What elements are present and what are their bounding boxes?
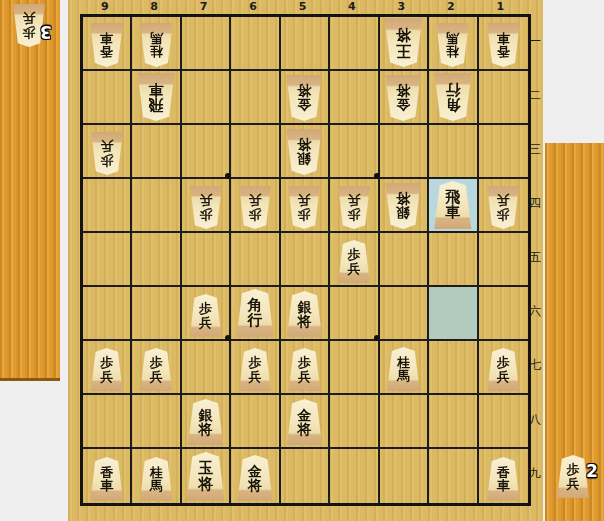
square-7二[interactable] [182,71,231,125]
square-4七[interactable] [330,341,379,395]
square-8六[interactable] [132,287,181,341]
square-9三[interactable]: 歩兵 [83,125,132,179]
piece-pawn-sente[interactable]: 歩兵 [237,348,273,391]
square-3四[interactable]: 銀将 [380,179,429,233]
square-5七[interactable]: 歩兵 [281,341,330,395]
star-point [225,335,231,341]
piece-pawn-sente[interactable]: 歩兵 [89,348,125,391]
square-8五[interactable] [132,233,181,287]
piece-knight-sente[interactable]: 桂馬 [138,457,175,501]
square-6五[interactable] [231,233,280,287]
square-9七[interactable]: 歩兵 [83,341,132,395]
piece-pawn-sente[interactable]: 歩兵 [188,294,224,337]
file-label: 7 [179,0,228,14]
komadai-gote: 歩兵 3 [0,0,60,381]
square-8一[interactable]: 桂馬 [132,17,181,71]
piece-pawn-sente[interactable]: 歩兵 [485,348,521,391]
square-6八[interactable] [231,395,280,449]
square-3二[interactable]: 金将 [380,71,429,125]
file-coordinates: 987654321 [80,0,525,14]
file-label: 6 [228,0,277,14]
piece-lance-gote[interactable]: 香車 [485,23,522,67]
square-4二[interactable] [330,71,379,125]
piece-pawn-gote[interactable]: 歩兵 [286,186,322,229]
piece-lance-sente[interactable]: 香車 [485,457,522,501]
piece-rook-sente[interactable]: 飛車 [432,181,474,229]
file-label: 8 [129,0,178,14]
square-1三[interactable] [479,125,528,179]
square-5三[interactable]: 銀将 [281,125,330,179]
square-8八[interactable] [132,395,181,449]
square-5二[interactable]: 金将 [281,71,330,125]
gote-hand-count: 3 [40,22,52,42]
piece-gold-sente[interactable]: 金将 [235,455,275,501]
square-5一[interactable] [281,17,330,71]
piece-lance-sente[interactable]: 香車 [88,457,125,501]
square-6二[interactable] [231,71,280,125]
square-1九[interactable]: 香車 [479,449,528,503]
square-6六[interactable]: 角行 [231,287,280,341]
piece-pawn-sente[interactable]: 歩兵 [138,348,174,391]
shogi-board: 987654321 一二三四五六七八九 香車桂馬王将桂馬香車飛車金将金将角行歩兵… [68,0,543,521]
rank-coordinates: 一二三四五六七八九 [527,14,543,500]
square-2三[interactable] [429,125,478,179]
file-label: 3 [377,0,426,14]
square-4九[interactable] [330,449,379,503]
square-6九[interactable]: 金将 [231,449,280,503]
rank-label: 九 [527,446,543,500]
file-label: 5 [278,0,327,14]
piece-pawn-gote[interactable]: 歩兵 [89,132,125,175]
square-2八[interactable] [429,395,478,449]
square-7六[interactable]: 歩兵 [182,287,231,341]
square-8九[interactable]: 桂馬 [132,449,181,503]
square-7八[interactable]: 銀将 [182,395,231,449]
square-6四[interactable]: 歩兵 [231,179,280,233]
square-7一[interactable] [182,17,231,71]
square-4四[interactable]: 歩兵 [330,179,379,233]
square-3一[interactable]: 王将 [380,17,429,71]
rank-label: 二 [527,68,543,122]
square-1五[interactable] [479,233,528,287]
star-point [225,173,231,179]
square-4八[interactable] [330,395,379,449]
board-grid: 香車桂馬王将桂馬香車飛車金将金将角行歩兵銀将歩兵歩兵歩兵歩兵銀将飛車歩兵歩兵歩兵… [80,14,531,506]
piece-knight-gote[interactable]: 桂馬 [434,23,471,67]
piece-pawn-gote[interactable]: 歩兵 [188,186,224,229]
square-3八[interactable] [380,395,429,449]
square-2六[interactable] [429,287,478,341]
square-8二[interactable]: 飛車 [132,71,181,125]
square-1一[interactable]: 香車 [479,17,528,71]
square-9五[interactable] [83,233,132,287]
square-4六[interactable] [330,287,379,341]
square-9六[interactable] [83,287,132,341]
piece-pawn-sente[interactable]: 歩兵 [286,348,322,391]
square-6三[interactable] [231,125,280,179]
rank-label: 一 [527,14,543,68]
piece-gold-gote[interactable]: 金将 [284,75,324,121]
piece-pawn-gote[interactable]: 歩兵 [336,186,372,229]
piece-rook-gote[interactable]: 飛車 [135,73,177,121]
piece-pawn-gote[interactable]: 歩兵 [237,186,273,229]
square-6一[interactable] [231,17,280,71]
square-5六[interactable]: 銀将 [281,287,330,341]
square-9二[interactable] [83,71,132,125]
square-9八[interactable] [83,395,132,449]
square-9一[interactable]: 香車 [83,17,132,71]
square-3七[interactable]: 桂馬 [380,341,429,395]
piece-silver-sente[interactable]: 銀将 [186,399,226,445]
square-7七[interactable] [182,341,231,395]
square-9九[interactable]: 香車 [83,449,132,503]
rank-label: 四 [527,176,543,230]
square-5五[interactable] [281,233,330,287]
square-8七[interactable]: 歩兵 [132,341,181,395]
piece-king-sente[interactable]: 玉将 [184,452,227,501]
square-4三[interactable] [330,125,379,179]
square-5九[interactable] [281,449,330,503]
piece-bishop-sente[interactable]: 角行 [234,289,276,337]
komadai-sente: 歩兵 2 [545,143,604,521]
piece-king-gote[interactable]: 王将 [382,18,425,67]
rank-label: 三 [527,122,543,176]
square-7五[interactable] [182,233,231,287]
piece-bishop-gote[interactable]: 角行 [432,73,474,121]
piece-silver-gote[interactable]: 銀将 [284,129,324,175]
square-3三[interactable] [380,125,429,179]
square-3九[interactable] [380,449,429,503]
square-6七[interactable]: 歩兵 [231,341,280,395]
square-9四[interactable] [83,179,132,233]
piece-silver-sente[interactable]: 銀将 [284,291,324,337]
file-label: 9 [80,0,129,14]
piece-lance-gote[interactable]: 香車 [88,23,125,67]
rank-label: 五 [527,230,543,284]
square-1七[interactable]: 歩兵 [479,341,528,395]
file-label: 4 [327,0,376,14]
sente-hand-count: 2 [586,461,598,481]
square-2七[interactable] [429,341,478,395]
square-8三[interactable] [132,125,181,179]
square-5八[interactable]: 金将 [281,395,330,449]
rank-label: 六 [527,284,543,338]
square-7三[interactable] [182,125,231,179]
square-5四[interactable]: 歩兵 [281,179,330,233]
star-point [374,173,380,179]
rank-label: 八 [527,392,543,446]
square-2五[interactable] [429,233,478,287]
square-1四[interactable]: 歩兵 [479,179,528,233]
square-2二[interactable]: 角行 [429,71,478,125]
piece-knight-gote[interactable]: 桂馬 [138,23,175,67]
square-2一[interactable]: 桂馬 [429,17,478,71]
piece-pawn-sente[interactable]: 歩兵 [336,240,372,283]
shogi-app: 歩兵 3 987654321 一二三四五六七八九 香車桂馬王将桂馬香車飛車金将金… [0,0,604,521]
piece-knight-sente[interactable]: 桂馬 [385,347,422,391]
square-2九[interactable] [429,449,478,503]
square-2四[interactable]: 飛車 [429,179,478,233]
square-4五[interactable]: 歩兵 [330,233,379,287]
square-4一[interactable] [330,17,379,71]
piece-gold-gote[interactable]: 金将 [383,75,423,121]
rank-label: 七 [527,338,543,392]
piece-gold-sente[interactable]: 金将 [284,399,324,445]
piece-silver-gote[interactable]: 銀将 [383,183,423,229]
square-3五[interactable] [380,233,429,287]
square-1六[interactable] [479,287,528,341]
star-point [374,335,380,341]
square-1八[interactable] [479,395,528,449]
file-label: 1 [476,0,525,14]
square-8四[interactable] [132,179,181,233]
square-3六[interactable] [380,287,429,341]
square-7四[interactable]: 歩兵 [182,179,231,233]
square-1二[interactable] [479,71,528,125]
square-7九[interactable]: 玉将 [182,449,231,503]
piece-pawn-gote[interactable]: 歩兵 [485,186,521,229]
file-label: 2 [426,0,475,14]
